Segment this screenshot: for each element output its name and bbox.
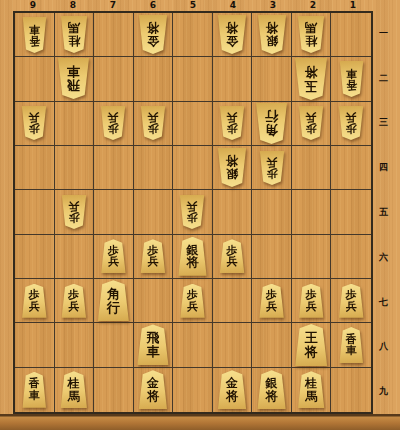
- square-72[interactable]: [94, 57, 134, 101]
- piece-knight-gote[interactable]: 桂馬: [55, 13, 94, 56]
- piece-knight-sente[interactable]: 桂馬: [55, 368, 94, 412]
- piece-pawn-sente[interactable]: 歩兵: [292, 279, 331, 322]
- piece-kanji: 将: [186, 256, 198, 268]
- piece-kanji: 兵: [29, 112, 40, 123]
- piece-knight-gote[interactable]: 桂馬: [292, 13, 331, 56]
- piece-pawn-sente[interactable]: 歩兵: [252, 279, 291, 322]
- piece-body: 金将: [217, 15, 247, 54]
- square-54[interactable]: [173, 146, 213, 190]
- piece-pawn-gote[interactable]: 歩兵: [292, 102, 331, 145]
- piece-body: 香車: [22, 17, 47, 53]
- square-98[interactable]: [15, 323, 55, 367]
- square-29[interactable]: 桂馬: [292, 368, 332, 412]
- piece-kanji: 飛: [146, 331, 159, 345]
- piece-pawn-gote[interactable]: 歩兵: [94, 102, 133, 145]
- piece-kanji: 銀: [266, 377, 278, 389]
- file-label: 3: [253, 0, 293, 11]
- piece-kanji: 行: [265, 110, 278, 124]
- piece-kanji: 桂: [68, 35, 80, 47]
- square-45[interactable]: [213, 190, 253, 234]
- piece-kanji: 銀: [226, 168, 238, 180]
- piece-king-gote[interactable]: 玉将: [292, 57, 331, 100]
- piece-kanji: 兵: [108, 112, 119, 123]
- piece-pawn-sente[interactable]: 歩兵: [134, 235, 173, 278]
- file-label: 6: [133, 0, 173, 11]
- piece-kanji: 将: [266, 22, 278, 34]
- square-24[interactable]: [292, 146, 332, 190]
- square-96[interactable]: [15, 235, 55, 279]
- piece-kanji: 馬: [68, 390, 80, 402]
- piece-kanji: 歩: [108, 123, 119, 134]
- piece-kanji: 金: [226, 377, 238, 389]
- piece-kanji: 将: [226, 22, 238, 34]
- file-label: 4: [213, 0, 253, 11]
- piece-body: 歩兵: [21, 284, 47, 318]
- square-84[interactable]: [55, 146, 95, 190]
- rank-labels: 一二三四五六七八九: [374, 11, 400, 414]
- square-65[interactable]: [134, 190, 174, 234]
- piece-kanji: 王: [305, 331, 318, 345]
- piece-body: 歩兵: [140, 106, 166, 140]
- piece-kanji: 歩: [29, 289, 40, 300]
- piece-kanji: 将: [305, 65, 318, 79]
- piece-body: 歩兵: [338, 106, 364, 140]
- square-62[interactable]: [134, 57, 174, 101]
- square-91[interactable]: 香車: [15, 13, 55, 57]
- rank-label: 一: [374, 11, 400, 56]
- piece-kanji: 歩: [68, 289, 79, 300]
- shogi-board: 香車桂馬金将金将銀将桂馬飛車玉将香車歩兵歩兵歩兵歩兵角行歩兵歩兵銀将歩兵歩兵歩兵…: [13, 11, 373, 414]
- piece-body: 王将: [294, 324, 328, 366]
- piece-kanji: 兵: [187, 201, 198, 212]
- piece-body: 歩兵: [100, 239, 126, 273]
- square-58[interactable]: [173, 323, 213, 367]
- square-85[interactable]: 歩兵: [55, 190, 95, 234]
- square-53[interactable]: [173, 102, 213, 146]
- square-86[interactable]: [55, 235, 95, 279]
- rank-label: 五: [374, 190, 400, 235]
- rank-label: 七: [374, 280, 400, 325]
- piece-silver-sente[interactable]: 銀将: [173, 235, 212, 278]
- square-95[interactable]: [15, 190, 55, 234]
- piece-body: 桂馬: [297, 16, 325, 53]
- square-26[interactable]: [292, 235, 332, 279]
- piece-kanji: 車: [146, 345, 159, 359]
- piece-body: 歩兵: [179, 284, 205, 318]
- square-35[interactable]: [252, 190, 292, 234]
- file-label: 5: [173, 0, 213, 11]
- piece-body: 銀将: [257, 370, 287, 409]
- piece-body: 歩兵: [21, 106, 47, 140]
- piece-kanji: 車: [346, 345, 357, 356]
- square-14[interactable]: [331, 146, 371, 190]
- square-16[interactable]: [331, 235, 371, 279]
- square-44[interactable]: 銀将: [213, 146, 253, 190]
- piece-pawn-gote[interactable]: 歩兵: [15, 102, 54, 145]
- piece-pawn-sente[interactable]: 歩兵: [55, 279, 94, 322]
- piece-kanji: 歩: [187, 212, 198, 223]
- piece-body: 角行: [97, 280, 130, 321]
- piece-gold-gote[interactable]: 金将: [213, 13, 252, 56]
- shogi-app: 987654321 一二三四五六七八九 香車桂馬金将金将銀将桂馬飛車玉将香車歩兵…: [0, 0, 400, 430]
- piece-body: 歩兵: [298, 106, 324, 140]
- square-13[interactable]: 歩兵: [331, 102, 371, 146]
- square-42[interactable]: [213, 57, 253, 101]
- piece-body: 歩兵: [298, 284, 324, 318]
- piece-body: 歩兵: [338, 284, 364, 318]
- piece-kanji: 馬: [305, 22, 317, 34]
- piece-silver-gote[interactable]: 銀将: [213, 146, 252, 189]
- square-79[interactable]: [94, 368, 134, 412]
- square-12[interactable]: 香車: [331, 57, 371, 101]
- square-81[interactable]: 桂馬: [55, 13, 95, 57]
- piece-gold-sente[interactable]: 金将: [134, 368, 173, 412]
- piece-body: 桂馬: [297, 371, 325, 408]
- piece-knight-sente[interactable]: 桂馬: [292, 368, 331, 412]
- piece-pawn-gote[interactable]: 歩兵: [173, 190, 212, 233]
- piece-lance-sente[interactable]: 香車: [331, 323, 371, 366]
- piece-kanji: 飛: [67, 79, 80, 93]
- piece-kanji: 銀: [266, 35, 278, 47]
- piece-body: 銀将: [177, 237, 207, 276]
- piece-silver-sente[interactable]: 銀将: [252, 368, 291, 412]
- piece-gold-gote[interactable]: 金将: [134, 13, 173, 56]
- square-94[interactable]: [15, 146, 55, 190]
- piece-kanji: 兵: [68, 301, 79, 312]
- piece-kanji: 兵: [346, 301, 357, 312]
- piece-kanji: 歩: [346, 289, 357, 300]
- piece-body: 歩兵: [140, 239, 166, 273]
- square-56[interactable]: 銀将: [173, 235, 213, 279]
- piece-body: 飛車: [136, 324, 169, 365]
- piece-kanji: 歩: [266, 168, 277, 179]
- piece-pawn-gote[interactable]: 歩兵: [331, 102, 371, 145]
- square-76[interactable]: 歩兵: [94, 235, 134, 279]
- piece-pawn-gote[interactable]: 歩兵: [213, 102, 252, 145]
- piece-pawn-sente[interactable]: 歩兵: [94, 235, 133, 278]
- square-82[interactable]: 飛車: [55, 57, 95, 101]
- piece-kanji: 桂: [68, 377, 80, 389]
- file-label: 2: [293, 0, 333, 11]
- rank-label: 九: [374, 369, 400, 414]
- piece-body: 金将: [217, 370, 247, 409]
- rank-label: 八: [374, 324, 400, 369]
- piece-kanji: 兵: [187, 301, 198, 312]
- piece-bishop-gote[interactable]: 角行: [252, 102, 291, 145]
- square-51[interactable]: [173, 13, 213, 57]
- piece-kanji: 兵: [29, 301, 40, 312]
- square-32[interactable]: [252, 57, 292, 101]
- piece-kanji: 香: [29, 35, 40, 46]
- piece-kanji: 車: [67, 65, 80, 79]
- square-17[interactable]: 歩兵: [331, 279, 371, 323]
- square-21[interactable]: 桂馬: [292, 13, 332, 57]
- square-63[interactable]: 歩兵: [134, 102, 174, 146]
- piece-body: 香車: [339, 61, 364, 97]
- square-61[interactable]: 金将: [134, 13, 174, 57]
- square-64[interactable]: [134, 146, 174, 190]
- piece-kanji: 兵: [306, 112, 317, 123]
- piece-pawn-sente[interactable]: 歩兵: [173, 279, 212, 322]
- square-22[interactable]: 玉将: [292, 57, 332, 101]
- piece-silver-gote[interactable]: 銀将: [252, 13, 291, 56]
- square-19[interactable]: [331, 368, 371, 412]
- piece-body: 角行: [255, 103, 288, 144]
- square-28[interactable]: 王将: [292, 323, 332, 367]
- piece-body: 玉将: [294, 58, 328, 100]
- piece-kanji: 角: [107, 287, 120, 301]
- piece-kanji: 馬: [305, 390, 317, 402]
- piece-kanji: 将: [226, 155, 238, 167]
- square-83[interactable]: [55, 102, 95, 146]
- square-33[interactable]: 角行: [252, 102, 292, 146]
- square-89[interactable]: 桂馬: [55, 368, 95, 412]
- piece-lance-gote[interactable]: 香車: [15, 13, 54, 56]
- piece-kanji: 歩: [147, 123, 158, 134]
- piece-body: 桂馬: [60, 371, 88, 408]
- piece-kanji: 車: [29, 390, 40, 401]
- square-77[interactable]: 角行: [94, 279, 134, 323]
- square-59[interactable]: [173, 368, 213, 412]
- square-25[interactable]: [292, 190, 332, 234]
- piece-body: 飛車: [57, 58, 90, 99]
- piece-pawn-gote[interactable]: 歩兵: [134, 102, 173, 145]
- rank-label: 三: [374, 101, 400, 146]
- piece-kanji: 兵: [147, 256, 158, 267]
- piece-body: 銀将: [257, 15, 287, 54]
- square-46[interactable]: 歩兵: [213, 235, 253, 279]
- piece-kanji: 兵: [227, 256, 238, 267]
- piece-kanji: 角: [265, 123, 278, 137]
- piece-body: 歩兵: [259, 284, 285, 318]
- file-label: 9: [13, 0, 53, 11]
- piece-body: 歩兵: [219, 239, 245, 273]
- piece-kanji: 馬: [68, 22, 80, 34]
- piece-kanji: 兵: [266, 301, 277, 312]
- file-label: 8: [53, 0, 93, 11]
- piece-kanji: 兵: [68, 201, 79, 212]
- square-31[interactable]: 銀将: [252, 13, 292, 57]
- square-97[interactable]: 歩兵: [15, 279, 55, 323]
- piece-kanji: 将: [147, 22, 159, 34]
- square-34[interactable]: 歩兵: [252, 146, 292, 190]
- piece-pawn-gote[interactable]: 歩兵: [252, 146, 291, 189]
- square-88[interactable]: [55, 323, 95, 367]
- piece-kanji: 行: [107, 301, 120, 315]
- rank-label: 二: [374, 56, 400, 101]
- piece-pawn-sente[interactable]: 歩兵: [331, 279, 371, 322]
- piece-body: 香車: [22, 372, 47, 408]
- piece-gold-sente[interactable]: 金将: [213, 368, 252, 412]
- file-label: 1: [333, 0, 373, 11]
- square-75[interactable]: [94, 190, 134, 234]
- square-41[interactable]: 金将: [213, 13, 253, 57]
- square-43[interactable]: 歩兵: [213, 102, 253, 146]
- piece-kanji: 玉: [305, 79, 318, 93]
- square-93[interactable]: 歩兵: [15, 102, 55, 146]
- square-74[interactable]: [94, 146, 134, 190]
- piece-kanji: 兵: [108, 256, 119, 267]
- piece-kanji: 歩: [346, 123, 357, 134]
- square-55[interactable]: 歩兵: [173, 190, 213, 234]
- square-37[interactable]: 歩兵: [252, 279, 292, 323]
- file-label: 7: [93, 0, 133, 11]
- square-78[interactable]: [94, 323, 134, 367]
- piece-kanji: 歩: [306, 123, 317, 134]
- piece-pawn-sente[interactable]: 歩兵: [213, 235, 252, 278]
- square-92[interactable]: [15, 57, 55, 101]
- piece-kanji: 歩: [29, 123, 40, 134]
- piece-kanji: 将: [305, 345, 318, 359]
- square-18[interactable]: 香車: [331, 323, 371, 367]
- square-15[interactable]: [331, 190, 371, 234]
- piece-kanji: 車: [29, 23, 40, 34]
- piece-kanji: 歩: [68, 212, 79, 223]
- rank-label: 四: [374, 145, 400, 190]
- piece-kanji: 将: [226, 390, 238, 402]
- piece-kanji: 兵: [346, 112, 357, 123]
- piece-kanji: 金: [226, 35, 238, 47]
- piece-rook-gote[interactable]: 飛車: [55, 57, 94, 100]
- piece-kanji: 歩: [306, 289, 317, 300]
- piece-body: 歩兵: [61, 195, 87, 229]
- square-87[interactable]: 歩兵: [55, 279, 95, 323]
- file-labels: 987654321: [13, 0, 373, 11]
- piece-pawn-sente[interactable]: 歩兵: [15, 279, 54, 322]
- square-49[interactable]: 金将: [213, 368, 253, 412]
- piece-kanji: 桂: [305, 377, 317, 389]
- square-66[interactable]: 歩兵: [134, 235, 174, 279]
- piece-lance-sente[interactable]: 香車: [15, 368, 54, 412]
- piece-king-sente[interactable]: 王将: [292, 323, 331, 366]
- piece-kanji: 歩: [187, 289, 198, 300]
- square-47[interactable]: [213, 279, 253, 323]
- square-99[interactable]: 香車: [15, 368, 55, 412]
- piece-body: 歩兵: [61, 284, 87, 318]
- square-52[interactable]: [173, 57, 213, 101]
- piece-kanji: 車: [346, 68, 357, 79]
- square-71[interactable]: [94, 13, 134, 57]
- piece-lance-gote[interactable]: 香車: [331, 57, 371, 100]
- piece-kanji: 将: [147, 390, 159, 402]
- piece-kanji: 金: [147, 377, 159, 389]
- square-11[interactable]: [331, 13, 371, 57]
- piece-body: 金将: [138, 370, 168, 409]
- square-38[interactable]: [252, 323, 292, 367]
- square-68[interactable]: 飛車: [134, 323, 174, 367]
- piece-pawn-gote[interactable]: 歩兵: [55, 190, 94, 233]
- piece-kanji: 香: [346, 79, 357, 90]
- piece-kanji: 兵: [266, 156, 277, 167]
- piece-body: 歩兵: [259, 151, 285, 185]
- square-57[interactable]: 歩兵: [173, 279, 213, 323]
- square-48[interactable]: [213, 323, 253, 367]
- piece-kanji: 将: [266, 390, 278, 402]
- square-67[interactable]: [134, 279, 174, 323]
- square-39[interactable]: 銀将: [252, 368, 292, 412]
- piece-body: 銀将: [217, 148, 247, 187]
- piece-body: 歩兵: [219, 106, 245, 140]
- square-27[interactable]: 歩兵: [292, 279, 332, 323]
- piece-kanji: 桂: [305, 35, 317, 47]
- piece-body: 金将: [138, 15, 168, 54]
- piece-body: 歩兵: [179, 195, 205, 229]
- piece-kanji: 歩: [266, 289, 277, 300]
- piece-kanji: 金: [147, 35, 159, 47]
- piece-body: 桂馬: [60, 16, 88, 53]
- piece-rook-sente[interactable]: 飛車: [134, 323, 173, 366]
- piece-kanji: 兵: [147, 112, 158, 123]
- square-69[interactable]: 金将: [134, 368, 174, 412]
- board-front-edge: [0, 414, 400, 430]
- piece-kanji: 兵: [227, 112, 238, 123]
- square-73[interactable]: 歩兵: [94, 102, 134, 146]
- square-36[interactable]: [252, 235, 292, 279]
- piece-body: 歩兵: [100, 106, 126, 140]
- square-23[interactable]: 歩兵: [292, 102, 332, 146]
- piece-kanji: 歩: [227, 123, 238, 134]
- rank-label: 六: [374, 235, 400, 280]
- piece-bishop-sente[interactable]: 角行: [94, 279, 133, 322]
- piece-body: 香車: [339, 327, 364, 363]
- piece-kanji: 兵: [306, 301, 317, 312]
